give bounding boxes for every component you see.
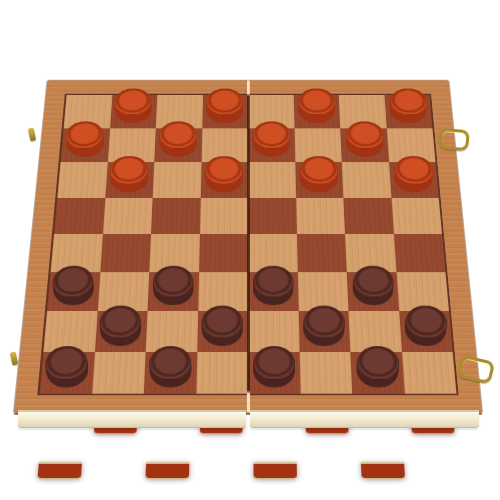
- checker-brown-f2[interactable]: [303, 315, 345, 348]
- product-photo-stage: [0, 0, 500, 500]
- checker-brown-g3[interactable]: [352, 276, 394, 307]
- square-f7[interactable]: [294, 128, 342, 162]
- square-c5[interactable]: [151, 197, 200, 234]
- square-g5[interactable]: [343, 197, 393, 234]
- checker-brown-c3[interactable]: [153, 276, 194, 307]
- square-g6[interactable]: [342, 162, 391, 197]
- piece-side-layer: [253, 462, 296, 479]
- piece-top-face: [202, 305, 243, 338]
- square-d8[interactable]: [202, 95, 248, 128]
- square-e5[interactable]: [248, 197, 297, 234]
- square-d6[interactable]: [200, 162, 248, 197]
- square-a8[interactable]: [64, 95, 112, 128]
- brass-latch-top-right-icon: [438, 128, 470, 152]
- board-base-right-half: [250, 410, 479, 428]
- square-f8[interactable]: [293, 95, 340, 128]
- checker-brown-d2[interactable]: [202, 315, 243, 348]
- square-f5[interactable]: [296, 197, 345, 234]
- checker-brown-c1[interactable]: [149, 356, 192, 390]
- square-d5[interactable]: [200, 197, 249, 234]
- checkers-board: [14, 80, 482, 413]
- square-b6[interactable]: [105, 162, 154, 197]
- square-d7[interactable]: [201, 128, 248, 162]
- square-c6[interactable]: [153, 162, 201, 197]
- square-c7[interactable]: [154, 128, 202, 162]
- piece-side-layer: [37, 462, 82, 479]
- square-b8[interactable]: [110, 95, 158, 128]
- piece-top-face: [356, 346, 400, 380]
- checker-brown-h2[interactable]: [404, 315, 447, 348]
- checker-brown-e3[interactable]: [253, 276, 293, 307]
- square-e7[interactable]: [248, 128, 295, 162]
- checker-brown-e1[interactable]: [253, 356, 295, 390]
- square-g7[interactable]: [340, 128, 388, 162]
- piece-top-face: [304, 305, 346, 338]
- checker-brown-a1[interactable]: [45, 356, 89, 390]
- piece-side-layer: [145, 462, 189, 479]
- checker-brown-a3[interactable]: [52, 276, 95, 307]
- checkers-board-scene: [32, 18, 464, 450]
- square-e6[interactable]: [248, 162, 296, 197]
- square-h8[interactable]: [384, 95, 432, 128]
- square-g8[interactable]: [339, 95, 387, 128]
- square-e8[interactable]: [248, 95, 294, 128]
- piece-side-layer: [361, 462, 405, 479]
- square-a5[interactable]: [54, 197, 105, 234]
- checker-brown-b2[interactable]: [100, 315, 143, 348]
- piece-top-face: [253, 346, 295, 380]
- square-a7[interactable]: [60, 128, 109, 162]
- square-f6[interactable]: [295, 162, 343, 197]
- piece-top-face: [352, 266, 394, 298]
- square-a6[interactable]: [57, 162, 107, 197]
- checker-brown-g1[interactable]: [356, 356, 399, 390]
- square-c8[interactable]: [156, 95, 203, 128]
- piece-top-face: [253, 266, 294, 298]
- square-h6[interactable]: [389, 162, 439, 197]
- square-h7[interactable]: [386, 128, 435, 162]
- square-h5[interactable]: [391, 197, 442, 234]
- square-b5[interactable]: [103, 197, 153, 234]
- hinge-pin-bottom-left-icon: [10, 352, 19, 366]
- board-base-left-half: [18, 410, 246, 428]
- square-b7[interactable]: [107, 128, 155, 162]
